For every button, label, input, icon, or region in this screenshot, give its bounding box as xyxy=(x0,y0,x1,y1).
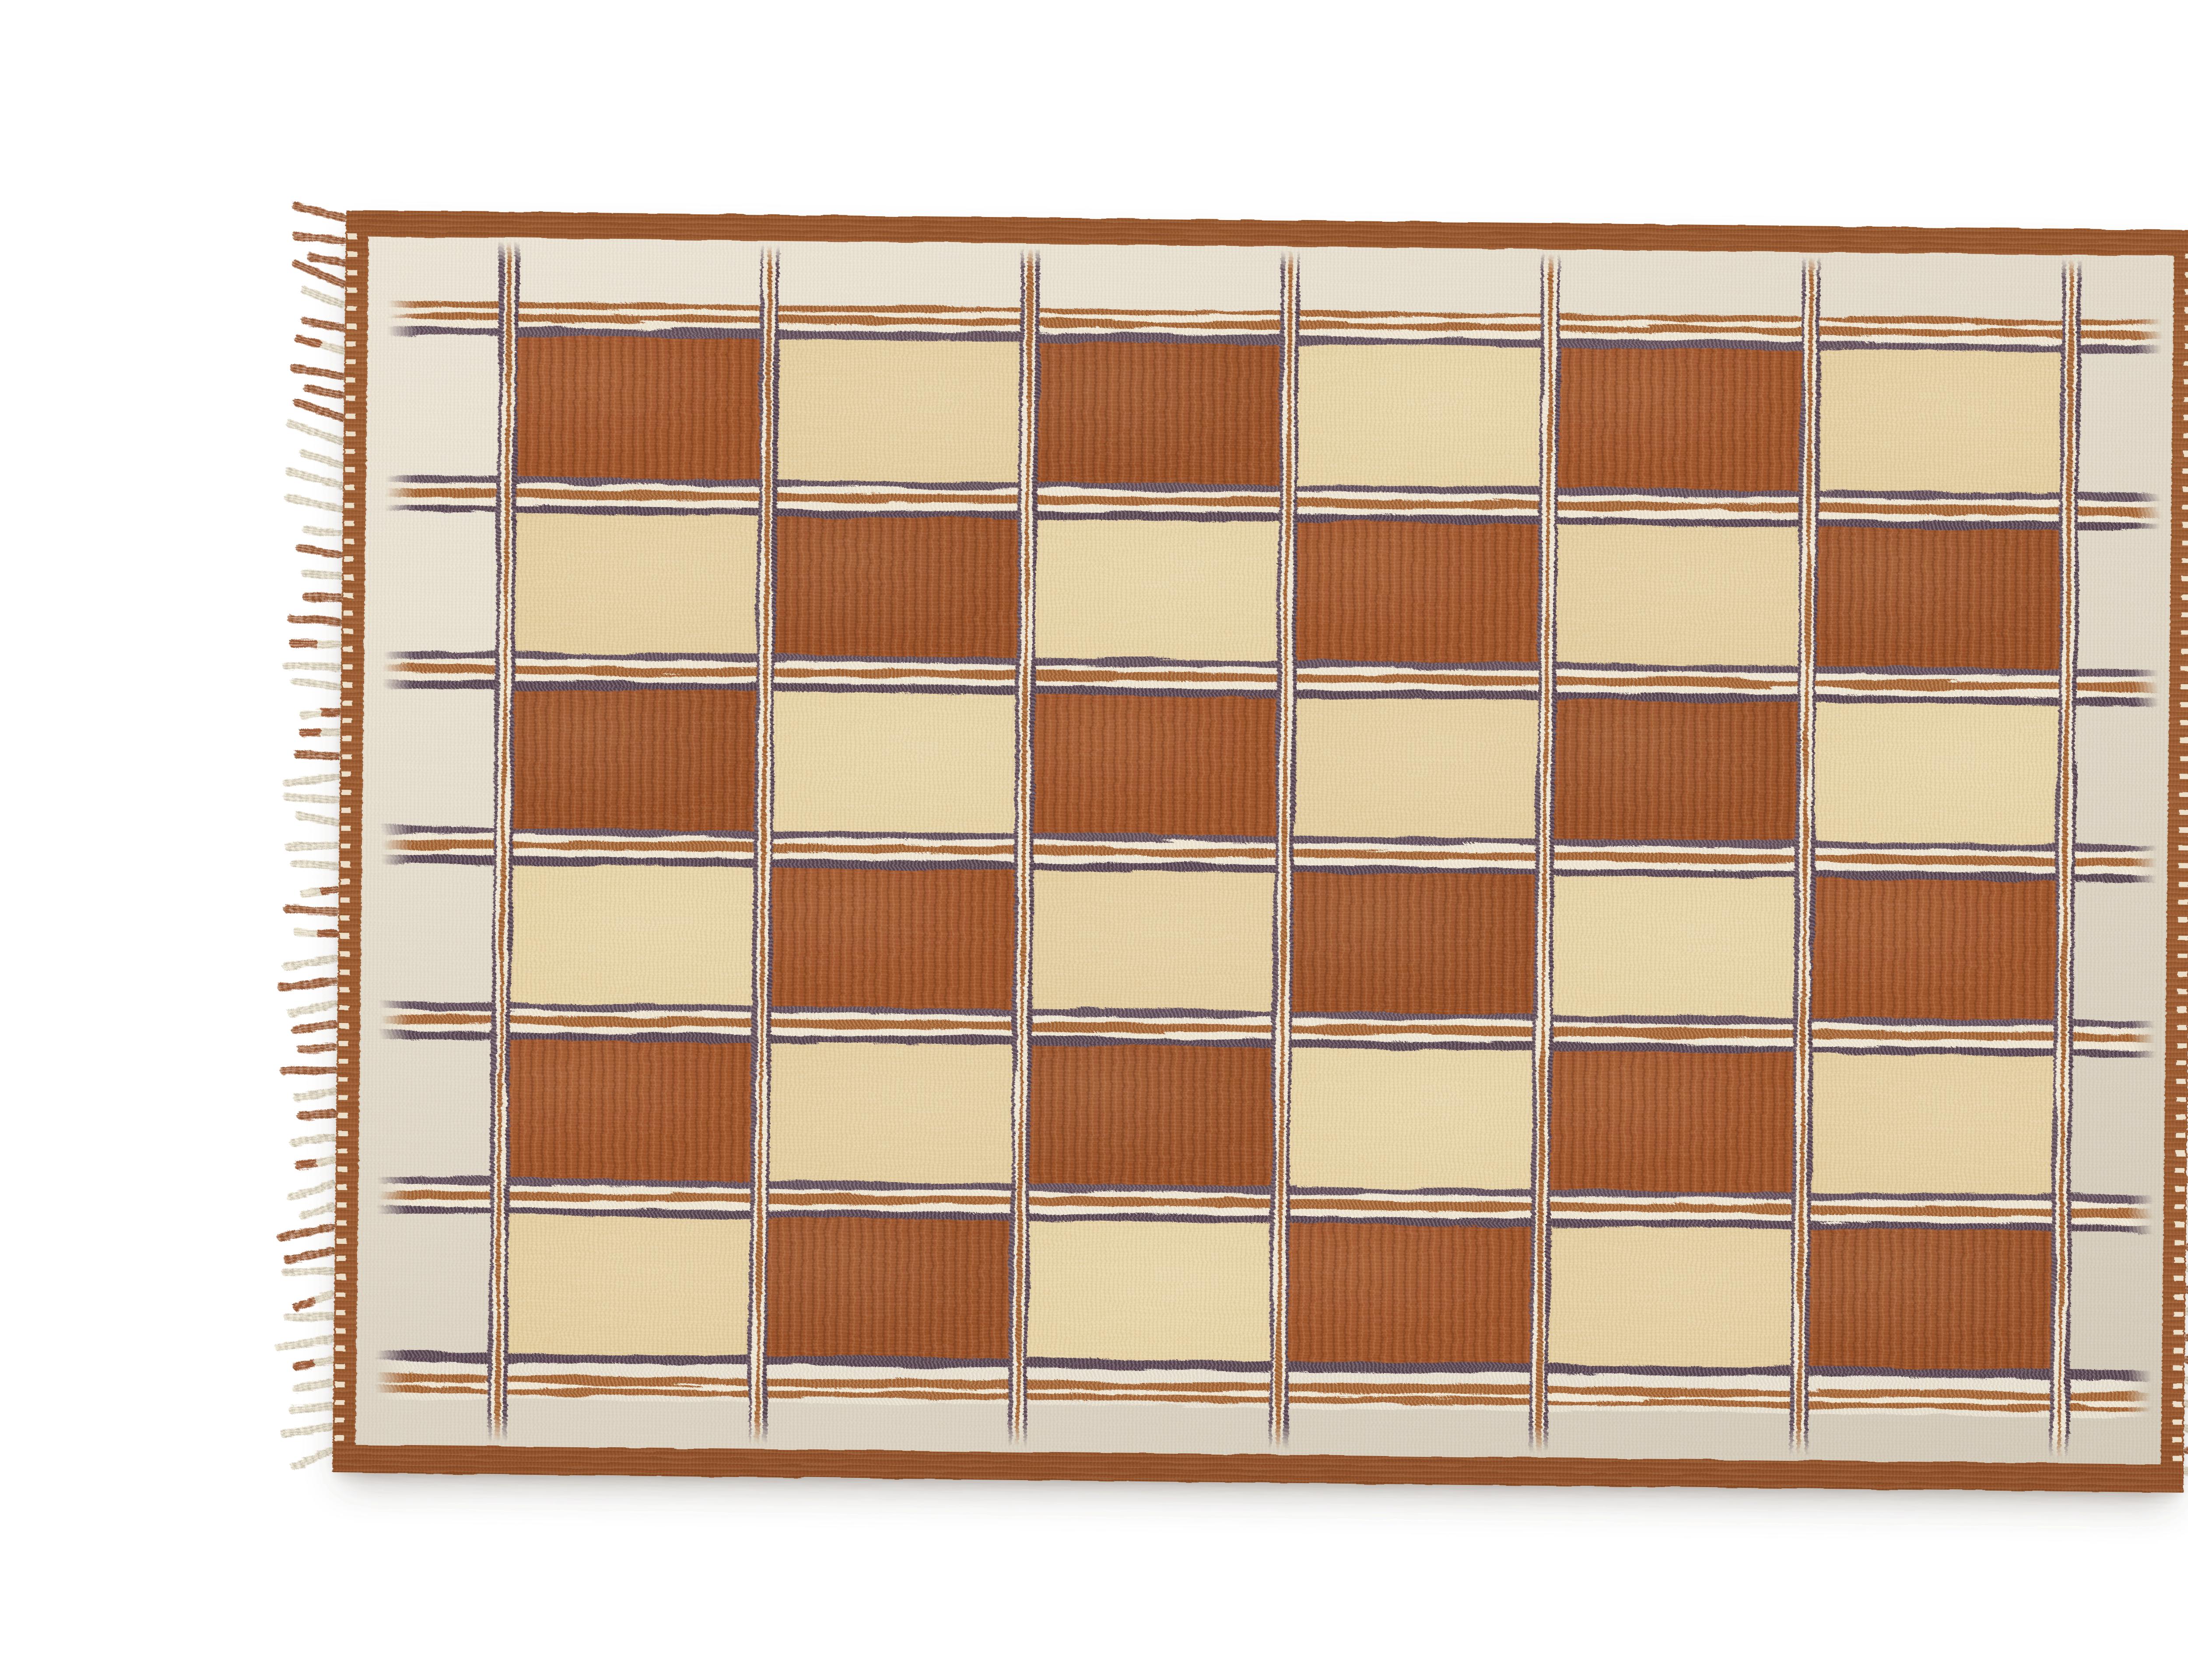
fringe-tassel xyxy=(289,640,342,649)
fringe-tassel xyxy=(292,1087,338,1102)
fringe-tassel xyxy=(288,1401,335,1415)
vertical-grid-lines-layer xyxy=(333,210,2188,1493)
fringe-tassel xyxy=(280,1066,337,1075)
fringe-tassel xyxy=(284,466,345,490)
fringe-tassel xyxy=(294,334,347,355)
fringe-tassel xyxy=(301,316,346,332)
fringe-tassel xyxy=(298,1202,337,1221)
fringe-tassel xyxy=(297,1109,337,1120)
fringe-tassel xyxy=(292,1355,335,1371)
rug-body xyxy=(333,210,2188,1493)
fringe-tassel xyxy=(298,449,345,470)
grid-line-vertical-6 xyxy=(1789,256,1821,1455)
grid-line-vertical-7 xyxy=(2049,259,2082,1458)
fringe-tassel xyxy=(299,728,341,737)
grid-line-vertical-3 xyxy=(1008,248,1040,1447)
grid-line-vertical-1 xyxy=(487,242,519,1441)
fringe-tassel xyxy=(274,1334,336,1352)
fringe-tassel xyxy=(291,1019,339,1035)
rug xyxy=(277,193,2188,1511)
fringe-tassel xyxy=(292,398,346,423)
grid-line-vertical-2 xyxy=(747,245,780,1444)
fringe-tassel xyxy=(285,1179,337,1202)
fringe-tassel xyxy=(287,614,343,626)
fringe-tassel xyxy=(303,384,346,400)
fringe-tassel xyxy=(282,773,341,787)
fringe-tassel xyxy=(293,750,341,761)
fringe-tassel xyxy=(294,928,340,938)
fringe-tassel xyxy=(290,676,343,692)
fringe-tassel xyxy=(291,232,347,246)
grid-line-vertical-5 xyxy=(1529,254,1561,1452)
fringe-tassel xyxy=(291,202,348,223)
grid-line-vertical-4 xyxy=(1268,251,1301,1449)
fringe-tassel xyxy=(297,1043,338,1054)
fringe-tassel xyxy=(302,525,344,538)
fringe-tassel xyxy=(299,707,342,721)
fringe-tassel xyxy=(292,1289,337,1312)
fringe-tassel xyxy=(301,569,344,580)
fringe-tassel xyxy=(291,1378,335,1393)
fringe-tassel xyxy=(289,859,340,871)
fringe-tassel xyxy=(283,493,344,514)
fringe-tassel xyxy=(285,419,346,446)
fringe-tassel xyxy=(282,954,340,971)
fringe-tassel xyxy=(294,1155,337,1170)
fringe-tassel xyxy=(281,1267,335,1276)
fringe-tassel xyxy=(295,811,341,827)
fringe-tassel xyxy=(287,999,340,1018)
fringe-tassel xyxy=(277,976,339,992)
fringe-tassel xyxy=(300,885,340,899)
fringe-tassel xyxy=(288,1133,337,1147)
fringe-tassel xyxy=(283,905,340,916)
fringe-tassel xyxy=(284,841,340,851)
fringe-tassel xyxy=(283,1246,337,1265)
fringe-tassel xyxy=(289,364,346,381)
fringe-tassel xyxy=(282,661,342,672)
fringe-tassel xyxy=(302,593,343,602)
fringe-tassel xyxy=(283,792,341,805)
fringe-tassel xyxy=(283,1312,335,1322)
fringe-tassel xyxy=(280,1421,334,1439)
fringe-tassel xyxy=(306,252,347,267)
fringe-tassel xyxy=(294,543,344,560)
fringe-tassel xyxy=(277,1222,337,1242)
fringe-tassel xyxy=(289,1445,335,1472)
fringe-tassel xyxy=(299,285,347,310)
photo-background xyxy=(0,0,2188,1680)
